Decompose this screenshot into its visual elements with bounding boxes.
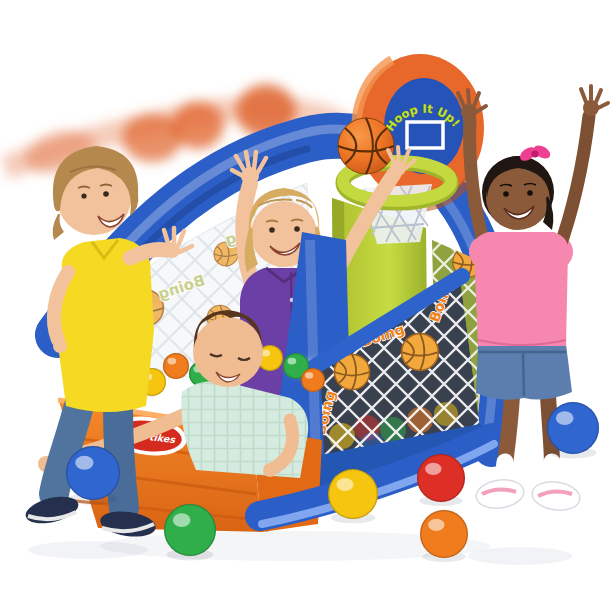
boy-raised-arm [130, 249, 166, 258]
boy-leg [118, 406, 124, 508]
product-photo: Boing Boing Boing Boing [0, 0, 612, 612]
boy-shirt [56, 238, 154, 412]
basketball-print [402, 334, 439, 371]
basketball-on-rim [338, 118, 394, 174]
ball-pit-scene: Boing Boing Boing Boing [0, 0, 612, 612]
toddler-face [193, 317, 263, 387]
girl-right-shirt [473, 232, 568, 346]
